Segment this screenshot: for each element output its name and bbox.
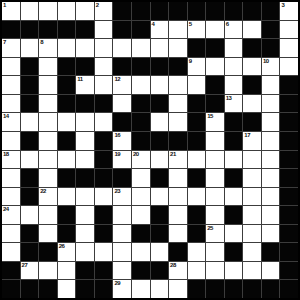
cell-r10c0[interactable] (2, 188, 20, 206)
cell-r3c15[interactable] (280, 58, 298, 76)
cell-r7c13[interactable]: 17 (243, 132, 261, 150)
cell-r10c6[interactable]: 23 (113, 188, 131, 206)
black-cell-r14c7 (132, 262, 150, 280)
cell-r8c11[interactable] (206, 151, 224, 169)
black-cell-r0c8 (151, 2, 169, 20)
cell-r2c5[interactable] (95, 39, 113, 57)
black-cell-r6c10 (188, 113, 206, 131)
black-cell-r9c6 (113, 169, 131, 187)
black-cell-r5c5 (95, 95, 113, 113)
clue-number-17: 17 (244, 132, 250, 139)
clue-number-11: 11 (77, 76, 82, 83)
black-cell-r5c10 (188, 95, 206, 113)
cell-r15c8[interactable] (151, 280, 169, 298)
cell-r14c14[interactable] (262, 262, 280, 280)
cell-r13c7[interactable] (132, 243, 150, 261)
cell-r1c8[interactable]: 4 (151, 21, 169, 39)
cell-r8c4[interactable] (76, 151, 94, 169)
cell-r11c0[interactable]: 24 (2, 206, 20, 224)
black-cell-r1c4 (76, 21, 94, 39)
clue-number-3: 3 (281, 2, 284, 9)
black-cell-r12c3 (58, 225, 76, 243)
black-cell-r14c8 (151, 262, 169, 280)
cell-r12c14[interactable] (262, 225, 280, 243)
cell-r4c5[interactable] (95, 76, 113, 94)
cell-r11c1[interactable] (21, 206, 39, 224)
cell-r12c9[interactable] (169, 225, 187, 243)
cell-r4c9[interactable] (169, 76, 187, 94)
cell-r9c14[interactable] (262, 169, 280, 187)
cell-r14c2[interactable] (39, 262, 57, 280)
cell-r2c7[interactable] (132, 39, 150, 57)
black-cell-r9c1 (21, 169, 39, 187)
black-cell-r15c14 (262, 280, 280, 298)
black-cell-r0c13 (243, 2, 261, 20)
cell-r6c5[interactable] (95, 113, 113, 131)
black-cell-r6c12 (225, 113, 243, 131)
cell-r2c9[interactable] (169, 39, 187, 57)
cell-r8c14[interactable] (262, 151, 280, 169)
black-cell-r15c1 (21, 280, 39, 298)
cell-r3c13[interactable] (243, 58, 261, 76)
black-cell-r12c10 (188, 225, 206, 243)
black-cell-r9c10 (188, 169, 206, 187)
cell-r3c0[interactable] (2, 58, 20, 76)
black-cell-r6c13 (243, 113, 261, 131)
black-cell-r5c8 (151, 95, 169, 113)
black-cell-r0c10 (188, 2, 206, 20)
black-cell-r4c13 (243, 76, 261, 94)
clue-number-19: 19 (114, 151, 120, 158)
black-cell-r1c6 (113, 21, 131, 39)
black-cell-r2c14 (262, 39, 280, 57)
cell-r12c0[interactable] (2, 225, 20, 243)
cell-r7c0[interactable] (2, 132, 20, 150)
black-cell-r12c5 (95, 225, 113, 243)
cell-r4c14[interactable] (262, 76, 280, 94)
cell-r2c2[interactable]: 8 (39, 39, 57, 57)
black-cell-r14c15 (280, 262, 298, 280)
cell-r1c12[interactable]: 6 (225, 21, 243, 39)
cell-r1c15[interactable] (280, 21, 298, 39)
black-cell-r9c3 (58, 169, 76, 187)
black-cell-r13c12 (225, 243, 243, 261)
black-cell-r2c13 (243, 39, 261, 57)
cell-r14c9[interactable]: 28 (169, 262, 187, 280)
black-cell-r7c10 (188, 132, 206, 150)
cell-r6c1[interactable] (21, 113, 39, 131)
cell-r5c14[interactable] (262, 95, 280, 113)
black-cell-r0c7 (132, 2, 150, 20)
crossword-grid: 1234567891011121314151617181920212223242… (0, 0, 300, 300)
cell-r11c2[interactable] (39, 206, 57, 224)
black-cell-r12c1 (21, 225, 39, 243)
cell-r14c6[interactable] (113, 262, 131, 280)
cell-r12c4[interactable] (76, 225, 94, 243)
cell-r15c9[interactable] (169, 280, 187, 298)
cell-r7c4[interactable] (76, 132, 94, 150)
cell-r14c12[interactable] (225, 262, 243, 280)
clue-number-1: 1 (3, 2, 6, 9)
black-cell-r15c13 (243, 280, 261, 298)
black-cell-r1c0 (2, 21, 20, 39)
cell-r10c8[interactable] (151, 188, 169, 206)
black-cell-r7c1 (21, 132, 39, 150)
black-cell-r3c7 (132, 58, 150, 76)
black-cell-r3c1 (21, 58, 39, 76)
cell-r8c6[interactable]: 19 (113, 151, 131, 169)
cell-r10c11[interactable] (206, 188, 224, 206)
clue-number-26: 26 (59, 243, 65, 250)
cell-r10c7[interactable] (132, 188, 150, 206)
black-cell-r3c8 (151, 58, 169, 76)
clue-number-22: 22 (40, 188, 46, 195)
black-cell-r15c15 (280, 280, 298, 298)
clue-number-5: 5 (189, 21, 192, 28)
cell-r8c2[interactable] (39, 151, 57, 169)
black-cell-r7c15 (280, 132, 298, 150)
clue-number-4: 4 (152, 21, 155, 28)
cell-r1c13[interactable] (243, 21, 261, 39)
cell-r14c10[interactable] (188, 262, 206, 280)
black-cell-r12c8 (151, 225, 169, 243)
black-cell-r11c15 (280, 206, 298, 224)
black-cell-r7c7 (132, 132, 150, 150)
cell-r11c6[interactable] (113, 206, 131, 224)
cell-r5c6[interactable] (113, 95, 131, 113)
cell-r0c4[interactable] (76, 2, 94, 20)
black-cell-r5c3 (58, 95, 76, 113)
cell-r5c12[interactable]: 13 (225, 95, 243, 113)
black-cell-r4c11 (206, 76, 224, 94)
cell-r9c2[interactable] (39, 169, 57, 187)
cell-r4c12[interactable] (225, 76, 243, 94)
cell-r11c11[interactable] (206, 206, 224, 224)
black-cell-r12c7 (132, 225, 150, 243)
black-cell-r5c15 (280, 95, 298, 113)
cell-r13c3[interactable]: 26 (58, 243, 76, 261)
cell-r1c5[interactable] (95, 21, 113, 39)
cell-r9c7[interactable] (132, 169, 150, 187)
cell-r8c8[interactable] (151, 151, 169, 169)
cell-r2c1[interactable] (21, 39, 39, 57)
black-cell-r15c5 (95, 280, 113, 298)
cell-r0c3[interactable] (58, 2, 76, 20)
clue-number-13: 13 (226, 95, 232, 102)
cell-r13c5[interactable] (95, 243, 113, 261)
clue-number-25: 25 (207, 225, 213, 232)
black-cell-r6c7 (132, 113, 150, 131)
black-cell-r0c14 (262, 2, 280, 20)
black-cell-r4c3 (58, 76, 76, 94)
cell-r13c0[interactable] (2, 243, 20, 261)
cell-r9c9[interactable] (169, 169, 187, 187)
black-cell-r9c12 (225, 169, 243, 187)
cell-r14c3[interactable] (58, 262, 76, 280)
cell-r6c0[interactable]: 14 (2, 113, 20, 131)
cell-r14c1[interactable]: 27 (21, 262, 39, 280)
cell-r8c0[interactable]: 18 (2, 151, 20, 169)
cell-r4c4[interactable]: 11 (76, 76, 94, 94)
cell-r2c0[interactable]: 7 (2, 39, 20, 57)
black-cell-r13c1 (21, 243, 39, 261)
black-cell-r3c9 (169, 58, 187, 76)
black-cell-r11c12 (225, 206, 243, 224)
black-cell-r7c5 (95, 132, 113, 150)
cell-r12c6[interactable] (113, 225, 131, 243)
cell-r4c7[interactable] (132, 76, 150, 94)
cell-r13c10[interactable] (188, 243, 206, 261)
cell-r5c9[interactable] (169, 95, 187, 113)
cell-r14c11[interactable] (206, 262, 224, 280)
black-cell-r7c8 (151, 132, 169, 150)
black-cell-r10c15 (280, 188, 298, 206)
black-cell-r3c4 (76, 58, 94, 76)
black-cell-r6c6 (113, 113, 131, 131)
black-cell-r1c7 (132, 21, 150, 39)
cell-r8c7[interactable]: 20 (132, 151, 150, 169)
black-cell-r5c7 (132, 95, 150, 113)
cell-r0c5[interactable]: 2 (95, 2, 113, 20)
clue-number-24: 24 (3, 206, 9, 213)
black-cell-r0c12 (225, 2, 243, 20)
cell-r12c2[interactable] (39, 225, 57, 243)
cell-r11c9[interactable] (169, 206, 187, 224)
clue-number-18: 18 (3, 151, 9, 158)
cell-r0c15[interactable]: 3 (280, 2, 298, 20)
black-cell-r14c0 (2, 262, 20, 280)
cell-r5c2[interactable] (39, 95, 57, 113)
cell-r3c12[interactable] (225, 58, 243, 76)
black-cell-r3c3 (58, 58, 76, 76)
cell-r8c1[interactable] (21, 151, 39, 169)
clue-number-23: 23 (114, 188, 120, 195)
clue-number-8: 8 (40, 39, 43, 46)
cell-r8c10[interactable] (188, 151, 206, 169)
cell-r9c0[interactable] (2, 169, 20, 187)
black-cell-r15c11 (206, 280, 224, 298)
cell-r10c4[interactable] (76, 188, 94, 206)
black-cell-r13c15 (280, 243, 298, 261)
black-cell-r14c4 (76, 262, 94, 280)
cell-r6c2[interactable] (39, 113, 57, 131)
cell-r12c13[interactable] (243, 225, 261, 243)
black-cell-r1c3 (58, 21, 76, 39)
cell-r6c3[interactable] (58, 113, 76, 131)
cell-r10c5[interactable] (95, 188, 113, 206)
cell-r12c12[interactable] (225, 225, 243, 243)
black-cell-r12c15 (280, 225, 298, 243)
cell-r3c11[interactable] (206, 58, 224, 76)
clue-number-15: 15 (207, 113, 213, 120)
clue-number-27: 27 (22, 262, 28, 269)
black-cell-r9c15 (280, 169, 298, 187)
black-cell-r7c9 (169, 132, 187, 150)
black-cell-r5c11 (206, 95, 224, 113)
cell-r14c13[interactable] (243, 262, 261, 280)
cell-r10c10[interactable] (188, 188, 206, 206)
cell-r10c3[interactable] (58, 188, 76, 206)
cell-r6c9[interactable] (169, 113, 187, 131)
black-cell-r0c9 (169, 2, 187, 20)
black-cell-r2c10 (188, 39, 206, 57)
clue-number-28: 28 (170, 262, 176, 269)
clue-number-14: 14 (3, 113, 9, 120)
cell-r15c6[interactable]: 29 (113, 280, 131, 298)
cell-r4c2[interactable] (39, 76, 57, 94)
black-cell-r6c15 (280, 113, 298, 131)
cell-r2c6[interactable] (113, 39, 131, 57)
cell-r8c13[interactable] (243, 151, 261, 169)
cell-r4c6[interactable]: 12 (113, 76, 131, 94)
cell-r5c13[interactable] (243, 95, 261, 113)
black-cell-r9c5 (95, 169, 113, 187)
cell-r2c15[interactable] (280, 39, 298, 57)
black-cell-r13c9 (169, 243, 187, 261)
cell-r8c12[interactable] (225, 151, 243, 169)
cell-r1c11[interactable] (206, 21, 224, 39)
cell-r2c4[interactable] (76, 39, 94, 57)
clue-number-12: 12 (114, 76, 120, 83)
cell-r3c10[interactable]: 9 (188, 58, 206, 76)
cell-r5c0[interactable] (2, 95, 20, 113)
black-cell-r2c11 (206, 39, 224, 57)
cell-r3c5[interactable] (95, 58, 113, 76)
cell-r7c11[interactable] (206, 132, 224, 150)
black-cell-r11c10 (188, 206, 206, 224)
cell-r11c7[interactable] (132, 206, 150, 224)
cell-r7c2[interactable] (39, 132, 57, 150)
black-cell-r5c1 (21, 95, 39, 113)
clue-number-7: 7 (3, 39, 6, 46)
black-cell-r1c14 (262, 21, 280, 39)
cell-r15c3[interactable] (58, 280, 76, 298)
cell-r4c8[interactable] (151, 76, 169, 94)
black-cell-r14c5 (95, 262, 113, 280)
black-cell-r13c14 (262, 243, 280, 261)
clue-number-10: 10 (263, 58, 269, 65)
cell-r4c0[interactable] (2, 76, 20, 94)
clue-number-6: 6 (226, 21, 229, 28)
cell-r1c9[interactable] (169, 21, 187, 39)
cell-r6c4[interactable] (76, 113, 94, 131)
cell-r10c12[interactable] (225, 188, 243, 206)
clue-number-16: 16 (114, 132, 120, 139)
clue-number-21: 21 (170, 151, 176, 158)
cell-r13c11[interactable] (206, 243, 224, 261)
cell-r6c8[interactable] (151, 113, 169, 131)
cell-r12c11[interactable]: 25 (206, 225, 224, 243)
cell-r0c0[interactable]: 1 (2, 2, 20, 20)
cell-r9c13[interactable] (243, 169, 261, 187)
black-cell-r9c8 (151, 169, 169, 187)
black-cell-r15c0 (2, 280, 20, 298)
black-cell-r13c2 (39, 243, 57, 261)
cell-r13c8[interactable] (151, 243, 169, 261)
cell-r8c3[interactable] (58, 151, 76, 169)
black-cell-r11c3 (58, 206, 76, 224)
cell-r7c6[interactable]: 16 (113, 132, 131, 150)
cell-r11c14[interactable] (262, 206, 280, 224)
cell-r8c9[interactable]: 21 (169, 151, 187, 169)
cell-r13c4[interactable] (76, 243, 94, 261)
black-cell-r5c4 (76, 95, 94, 113)
black-cell-r4c1 (21, 76, 39, 94)
crossword-board: 1234567891011121314151617181920212223242… (0, 0, 300, 300)
cell-r9c11[interactable] (206, 169, 224, 187)
black-cell-r0c11 (206, 2, 224, 20)
cell-r6c14[interactable] (262, 113, 280, 131)
black-cell-r11c8 (151, 206, 169, 224)
black-cell-r1c1 (21, 21, 39, 39)
cell-r7c14[interactable] (262, 132, 280, 150)
cell-r13c6[interactable] (113, 243, 131, 261)
cell-r2c3[interactable] (58, 39, 76, 57)
cell-r3c2[interactable] (39, 58, 57, 76)
black-cell-r3c6 (113, 58, 131, 76)
black-cell-r1c2 (39, 21, 57, 39)
black-cell-r15c4 (76, 280, 94, 298)
black-cell-r0c6 (113, 2, 131, 20)
cell-r2c12[interactable] (225, 39, 243, 57)
cell-r4c10[interactable] (188, 76, 206, 94)
cell-r3c14[interactable]: 10 (262, 58, 280, 76)
cell-r0c2[interactable] (39, 2, 57, 20)
black-cell-r7c12 (225, 132, 243, 150)
cell-r10c2[interactable]: 22 (39, 188, 57, 206)
black-cell-r8c15 (280, 151, 298, 169)
cell-r15c7[interactable] (132, 280, 150, 298)
black-cell-r15c2 (39, 280, 57, 298)
cell-r10c9[interactable] (169, 188, 187, 206)
black-cell-r4c15 (280, 76, 298, 94)
black-cell-r8c5 (95, 151, 113, 169)
cell-r6c11[interactable]: 15 (206, 113, 224, 131)
cell-r11c13[interactable] (243, 206, 261, 224)
black-cell-r11c5 (95, 206, 113, 224)
cell-r10c13[interactable] (243, 188, 261, 206)
clue-number-2: 2 (96, 2, 99, 9)
clue-number-29: 29 (114, 280, 120, 287)
black-cell-r15c10 (188, 280, 206, 298)
cell-r1c10[interactable]: 5 (188, 21, 206, 39)
black-cell-r15c12 (225, 280, 243, 298)
black-cell-r9c4 (76, 169, 94, 187)
cell-r11c4[interactable] (76, 206, 94, 224)
black-cell-r7c3 (58, 132, 76, 150)
black-cell-r10c1 (21, 188, 39, 206)
cell-r10c14[interactable] (262, 188, 280, 206)
cell-r13c13[interactable] (243, 243, 261, 261)
clue-number-9: 9 (189, 58, 192, 65)
cell-r2c8[interactable] (151, 39, 169, 57)
cell-r0c1[interactable] (21, 2, 39, 20)
clue-number-20: 20 (133, 151, 139, 158)
